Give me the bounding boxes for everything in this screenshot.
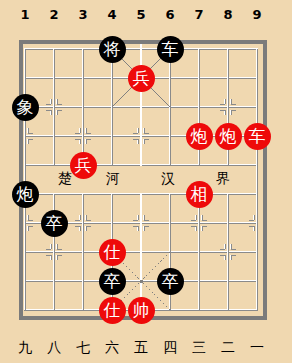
black-soldier[interactable]: 卒 (157, 268, 184, 295)
file-label-bottom-6: 四 (163, 339, 177, 357)
black-soldier[interactable]: 卒 (41, 210, 68, 237)
red-general[interactable]: 帅 (128, 297, 155, 324)
file-label-top-3: 3 (78, 7, 87, 22)
red-advisor[interactable]: 仕 (99, 297, 126, 324)
file-label-bottom-5: 五 (134, 339, 148, 357)
file-label-top-9: 9 (252, 7, 261, 22)
red-soldier[interactable]: 兵 (70, 152, 97, 179)
red-cannon[interactable]: 炮 (215, 123, 242, 150)
black-general[interactable]: 将 (99, 36, 126, 63)
red-advisor[interactable]: 仕 (99, 239, 126, 266)
file-label-top-4: 4 (107, 7, 116, 22)
file-label-top-1: 1 (20, 7, 29, 22)
file-label-bottom-7: 三 (192, 339, 206, 357)
red-soldier[interactable]: 兵 (128, 65, 155, 92)
file-label-bottom-4: 六 (105, 339, 119, 357)
file-label-top-2: 2 (49, 7, 58, 22)
file-label-bottom-3: 七 (76, 339, 90, 357)
file-label-top-6: 6 (165, 7, 174, 22)
pieces-layer: 将车兵象炮炮车兵炮相卒仕卒卒仕帅 (11, 35, 272, 325)
file-label-bottom-1: 九 (18, 339, 32, 357)
red-chariot[interactable]: 车 (244, 123, 271, 150)
file-label-bottom-8: 二 (221, 339, 235, 357)
file-label-top-5: 5 (136, 7, 145, 22)
file-label-bottom-9: 一 (250, 339, 264, 357)
xiangqi-board: 123456789 楚河汉界 将车兵象炮炮车兵炮相卒仕卒卒仕帅 九八七六五四三二… (0, 0, 292, 363)
red-cannon[interactable]: 炮 (186, 123, 213, 150)
file-label-top-8: 8 (223, 7, 232, 22)
black-cannon[interactable]: 炮 (12, 181, 39, 208)
file-label-top-7: 7 (194, 7, 203, 22)
black-chariot[interactable]: 车 (157, 36, 184, 63)
black-elephant[interactable]: 象 (12, 94, 39, 121)
file-label-bottom-2: 八 (47, 339, 61, 357)
black-soldier[interactable]: 卒 (99, 268, 126, 295)
red-elephant[interactable]: 相 (186, 181, 213, 208)
